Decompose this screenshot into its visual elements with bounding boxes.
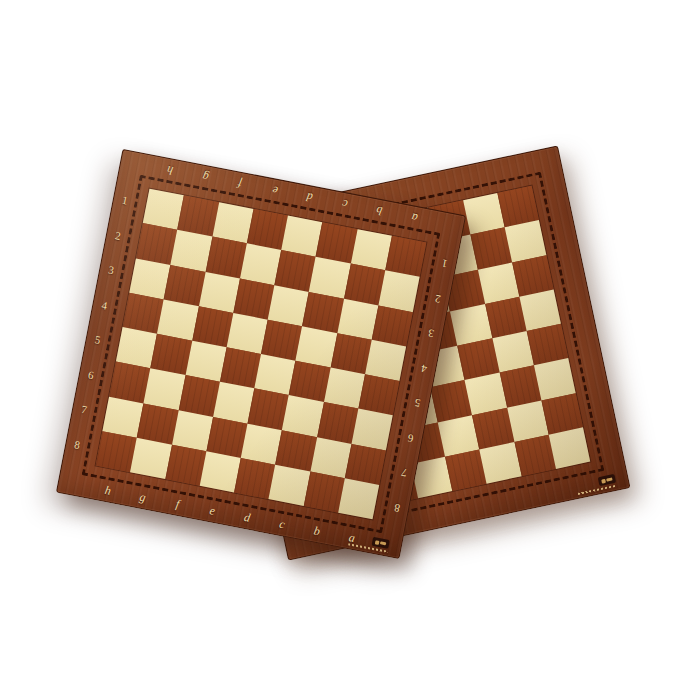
coordinate-label-3: 3	[99, 251, 123, 289]
coordinate-label-g: g	[186, 165, 224, 189]
coordinate-label-b: b	[298, 519, 336, 543]
coordinate-label-1: 1	[432, 244, 456, 282]
coordinate-label-1: 1	[112, 182, 136, 220]
coordinate-label-6: 6	[399, 418, 423, 456]
square	[548, 427, 590, 469]
chessboard-front-side: hgfedcbahgfedcba1234567812345678	[56, 149, 466, 559]
coordinate-label-c: c	[325, 192, 363, 216]
product-photo-scene: hgfedcbahgfedcba1234567812345678	[0, 0, 700, 700]
coordinate-label-f: f	[221, 172, 259, 196]
coordinate-label-f: f	[158, 492, 196, 516]
coordinate-label-5: 5	[85, 321, 109, 359]
square-a8	[338, 478, 379, 519]
coordinate-label-d: d	[228, 505, 266, 529]
fine-print-line	[577, 485, 617, 495]
coordinate-label-8: 8	[385, 488, 409, 526]
coordinate-label-g: g	[124, 485, 162, 509]
coordinate-label-d: d	[290, 185, 328, 209]
coordinate-label-4: 4	[412, 349, 436, 387]
play-area	[95, 188, 428, 521]
coordinate-label-h: h	[89, 478, 127, 502]
brand-logo	[371, 537, 389, 549]
coordinate-label-h: h	[151, 158, 189, 182]
coordinate-label-7: 7	[392, 453, 416, 491]
coordinate-label-6: 6	[79, 356, 103, 394]
coordinate-label-3: 3	[419, 314, 443, 352]
coordinate-label-2: 2	[106, 217, 130, 255]
coordinate-label-e: e	[193, 498, 231, 522]
coordinate-label-c: c	[263, 512, 301, 536]
coordinate-label-e: e	[256, 178, 294, 202]
coordinate-label-2: 2	[426, 279, 450, 317]
coordinate-label-a: a	[395, 205, 433, 229]
coordinate-label-8: 8	[65, 426, 89, 464]
coordinate-label-5: 5	[405, 383, 429, 421]
coordinate-label-4: 4	[92, 286, 116, 324]
coordinate-label-b: b	[360, 199, 398, 223]
coordinate-label-7: 7	[72, 391, 96, 429]
